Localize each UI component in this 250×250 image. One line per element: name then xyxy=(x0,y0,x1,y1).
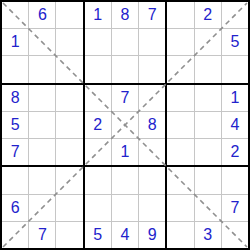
cell-r8c4[interactable] xyxy=(85,195,111,221)
cell-r3c6[interactable] xyxy=(139,56,165,82)
cell-r9c2[interactable]: 7 xyxy=(29,222,55,248)
cell-r7c7[interactable] xyxy=(167,167,193,193)
cell-r3c3[interactable] xyxy=(56,56,82,82)
cell-r3c1[interactable] xyxy=(2,56,28,82)
cell-r3c7[interactable] xyxy=(167,56,193,82)
box-r2c1: 857 xyxy=(2,85,83,166)
clue-digit: 2 xyxy=(230,144,239,160)
clue-digit: 2 xyxy=(93,117,102,133)
cell-r9c8[interactable]: 3 xyxy=(195,222,221,248)
cell-r7c5[interactable] xyxy=(112,167,138,193)
cell-r2c3[interactable] xyxy=(56,29,82,55)
clue-digit: 6 xyxy=(38,7,47,23)
box-r3c3: 73 xyxy=(167,167,248,248)
cell-r7c2[interactable] xyxy=(29,167,55,193)
box-r1c3: 25 xyxy=(167,2,248,83)
clue-digit: 1 xyxy=(230,90,239,106)
clue-digit: 8 xyxy=(121,7,130,23)
box-r1c1: 61 xyxy=(2,2,83,83)
clue-digit: 8 xyxy=(11,90,20,106)
clue-digit: 1 xyxy=(93,7,102,23)
cell-r8c9[interactable]: 7 xyxy=(222,195,248,221)
cell-r2c2[interactable] xyxy=(29,29,55,55)
cell-r2c5[interactable] xyxy=(112,29,138,55)
cell-r5c1[interactable]: 5 xyxy=(2,112,28,138)
clue-digit: 1 xyxy=(11,34,20,50)
cell-r9c3[interactable] xyxy=(56,222,82,248)
cell-r7c3[interactable] xyxy=(56,167,82,193)
cell-r1c6[interactable]: 7 xyxy=(139,2,165,28)
cell-r8c6[interactable] xyxy=(139,195,165,221)
clue-digit: 9 xyxy=(148,227,157,243)
cell-r6c3[interactable] xyxy=(56,139,82,165)
cell-r3c9[interactable] xyxy=(222,56,248,82)
cell-r6c7[interactable] xyxy=(167,139,193,165)
cell-r5c9[interactable]: 4 xyxy=(222,112,248,138)
cell-r2c1[interactable]: 1 xyxy=(2,29,28,55)
clue-digit: 7 xyxy=(121,90,130,106)
cell-r1c8[interactable]: 2 xyxy=(195,2,221,28)
cell-r4c1[interactable]: 8 xyxy=(2,85,28,111)
cell-r4c8[interactable] xyxy=(195,85,221,111)
clue-digit: 2 xyxy=(203,7,212,23)
cell-r5c4[interactable]: 2 xyxy=(85,112,111,138)
cell-r8c1[interactable]: 6 xyxy=(2,195,28,221)
cell-r4c5[interactable]: 7 xyxy=(112,85,138,111)
cell-r8c5[interactable] xyxy=(112,195,138,221)
cell-r8c8[interactable] xyxy=(195,195,221,221)
sudoku-page: 611872585772811426754973 xyxy=(0,0,250,250)
clue-digit: 1 xyxy=(121,144,130,160)
cell-r5c2[interactable] xyxy=(29,112,55,138)
clue-digit: 7 xyxy=(11,144,20,160)
cell-r6c6[interactable] xyxy=(139,139,165,165)
cell-r6c4[interactable] xyxy=(85,139,111,165)
clue-digit: 5 xyxy=(230,34,239,50)
cell-r6c8[interactable] xyxy=(195,139,221,165)
cell-r4c2[interactable] xyxy=(29,85,55,111)
cell-r7c8[interactable] xyxy=(195,167,221,193)
cell-r6c5[interactable]: 1 xyxy=(112,139,138,165)
clue-digit: 7 xyxy=(230,200,239,216)
box-r3c1: 67 xyxy=(2,167,83,248)
cell-r4c7[interactable] xyxy=(167,85,193,111)
cell-r2c9[interactable]: 5 xyxy=(222,29,248,55)
cell-r3c2[interactable] xyxy=(29,56,55,82)
cell-r4c6[interactable] xyxy=(139,85,165,111)
clue-digit: 6 xyxy=(11,200,20,216)
cell-r3c8[interactable] xyxy=(195,56,221,82)
cell-r5c6[interactable]: 8 xyxy=(139,112,165,138)
box-r2c2: 7281 xyxy=(85,85,166,166)
cell-r5c5[interactable] xyxy=(112,112,138,138)
cell-r1c7[interactable] xyxy=(167,2,193,28)
cell-r9c4[interactable]: 5 xyxy=(85,222,111,248)
cell-r4c4[interactable] xyxy=(85,85,111,111)
clue-digit: 4 xyxy=(121,227,130,243)
cell-r7c6[interactable] xyxy=(139,167,165,193)
cell-r3c4[interactable] xyxy=(85,56,111,82)
clue-digit: 7 xyxy=(148,7,157,23)
cell-r6c9[interactable]: 2 xyxy=(222,139,248,165)
cell-r8c7[interactable] xyxy=(167,195,193,221)
cell-r8c2[interactable] xyxy=(29,195,55,221)
clue-digit: 5 xyxy=(93,227,102,243)
cell-r1c1[interactable] xyxy=(2,2,28,28)
cell-r7c4[interactable] xyxy=(85,167,111,193)
cell-r1c5[interactable]: 8 xyxy=(112,2,138,28)
cell-r1c4[interactable]: 1 xyxy=(85,2,111,28)
clue-digit: 4 xyxy=(230,117,239,133)
cell-r9c1[interactable] xyxy=(2,222,28,248)
cell-r2c7[interactable] xyxy=(167,29,193,55)
cell-r1c2[interactable]: 6 xyxy=(29,2,55,28)
cell-r6c1[interactable]: 7 xyxy=(2,139,28,165)
cell-r4c9[interactable]: 1 xyxy=(222,85,248,111)
clue-digit: 8 xyxy=(148,117,157,133)
cell-r7c9[interactable] xyxy=(222,167,248,193)
box-r1c2: 187 xyxy=(85,2,166,83)
cell-r5c3[interactable] xyxy=(56,112,82,138)
cell-r5c8[interactable] xyxy=(195,112,221,138)
cell-r7c1[interactable] xyxy=(2,167,28,193)
cell-r2c4[interactable] xyxy=(85,29,111,55)
clue-digit: 5 xyxy=(11,117,20,133)
cell-r2c6[interactable] xyxy=(139,29,165,55)
cell-r5c7[interactable] xyxy=(167,112,193,138)
cell-r6c2[interactable] xyxy=(29,139,55,165)
cell-r9c9[interactable] xyxy=(222,222,248,248)
cell-r1c9[interactable] xyxy=(222,2,248,28)
clue-digit: 7 xyxy=(38,227,47,243)
cell-r9c7[interactable] xyxy=(167,222,193,248)
cell-r9c6[interactable]: 9 xyxy=(139,222,165,248)
cell-r2c8[interactable] xyxy=(195,29,221,55)
cell-r4c3[interactable] xyxy=(56,85,82,111)
box-r3c2: 549 xyxy=(85,167,166,248)
box-r2c3: 142 xyxy=(167,85,248,166)
cell-r1c3[interactable] xyxy=(56,2,82,28)
cell-r8c3[interactable] xyxy=(56,195,82,221)
sudoku-board: 611872585772811426754973 xyxy=(0,0,250,250)
cell-r9c5[interactable]: 4 xyxy=(112,222,138,248)
cell-r3c5[interactable] xyxy=(112,56,138,82)
clue-digit: 3 xyxy=(203,227,212,243)
